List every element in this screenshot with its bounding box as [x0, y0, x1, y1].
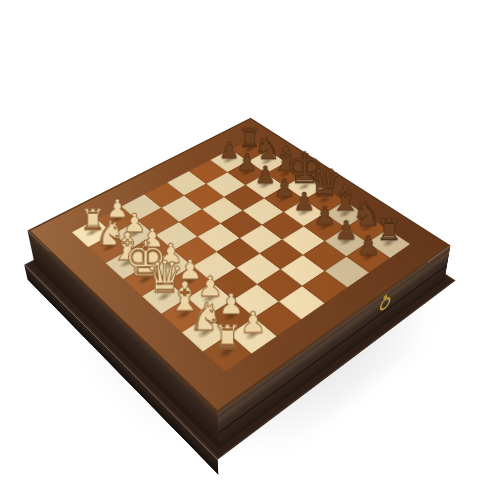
square-h4[interactable] [279, 286, 325, 319]
rook-glyph: ♜ [212, 321, 242, 354]
chess-set-photo: ♜♞♝♚♛♝♞♜♟♟♟♟♟♟♟♟♟♟♟♟♟♟♟♟♜♞♝♚♛♝♞♜ [0, 0, 480, 480]
pawn-glyph: ♟ [313, 203, 336, 229]
drawer-pull-ring[interactable] [379, 294, 391, 313]
pawn-glyph: ♟ [356, 232, 380, 259]
pawn-glyph: ♟ [293, 189, 316, 214]
pawn-glyph: ♟ [240, 308, 266, 337]
pawn-glyph: ♟ [334, 217, 357, 243]
